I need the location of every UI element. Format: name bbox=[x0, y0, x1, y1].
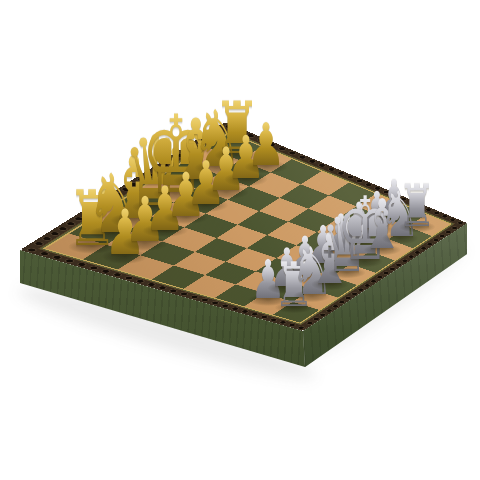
scene: ♜♞♝♛♚♝♞♜♟♟♟♟♟♟♟♟♟♟♟♟♟♟♟♟♜♞♝♛♚♝♞♜ bbox=[0, 0, 480, 480]
